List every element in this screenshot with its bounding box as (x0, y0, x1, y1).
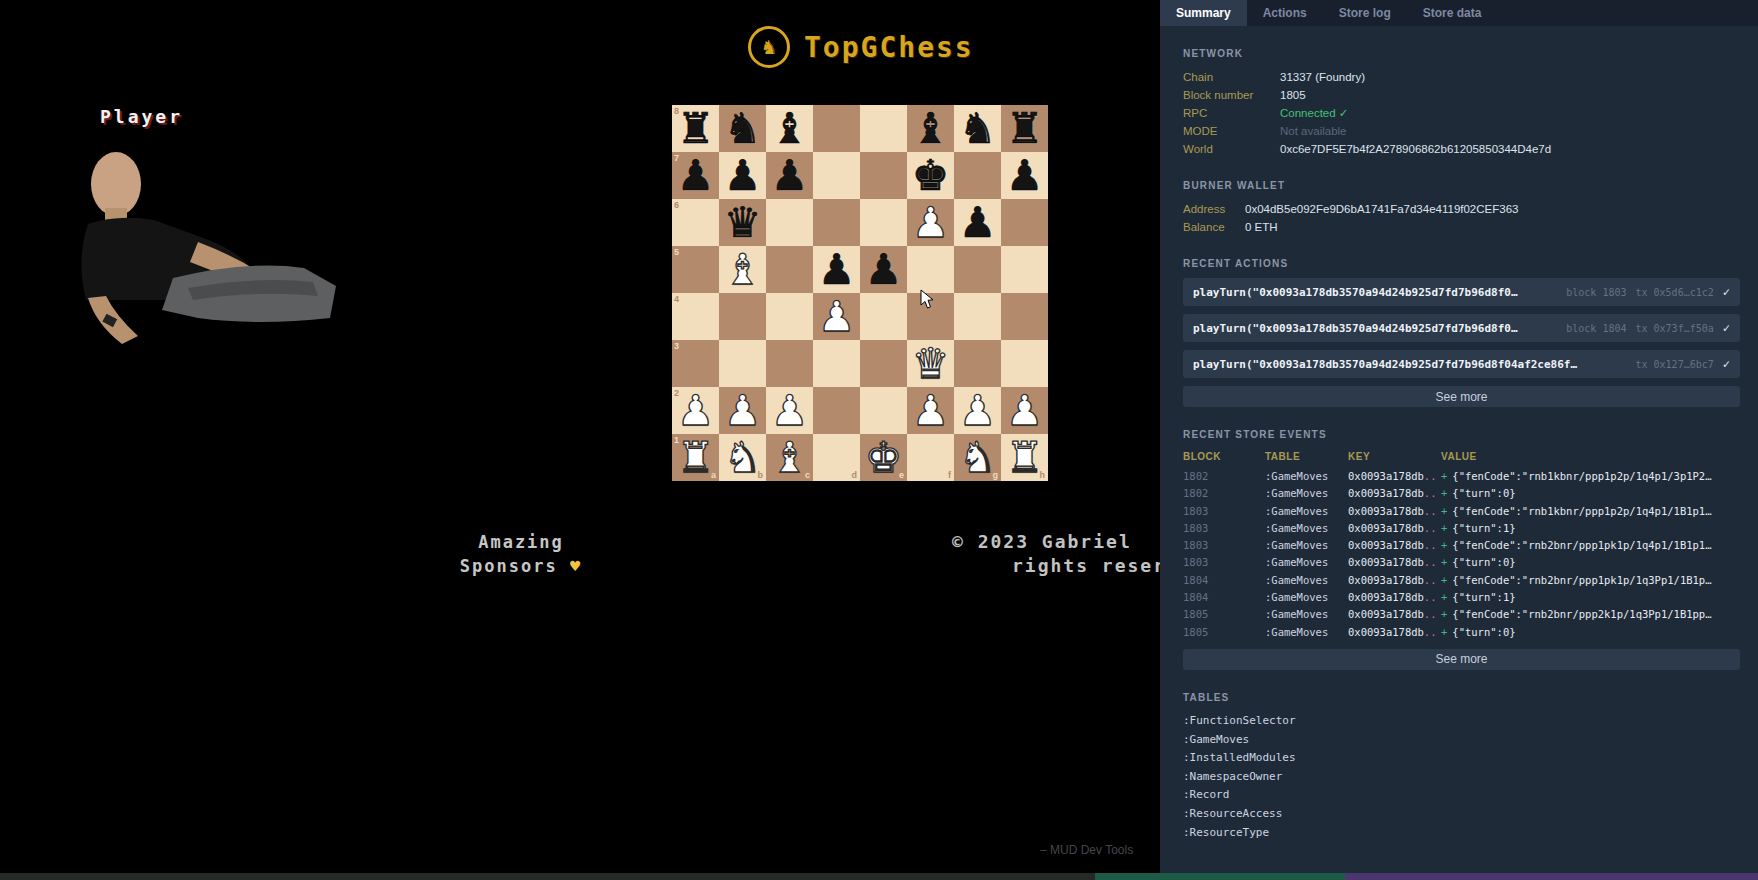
square-b8[interactable]: ♞ (719, 105, 766, 152)
file-label-g: g (993, 470, 999, 480)
square-g5[interactable] (954, 246, 1001, 293)
copyright-text: © 2023 Gabriel rights reser (952, 530, 1192, 578)
piece-black-pawn[interactable]: ♟ (865, 246, 903, 293)
tab-actions[interactable]: Actions (1247, 0, 1323, 26)
action-tx: tx 0x127…6bc7 (1635, 359, 1713, 370)
square-h6[interactable] (1001, 199, 1048, 246)
piece-white-pawn[interactable]: ♟ (724, 387, 762, 434)
square-c8[interactable]: ♝ (766, 105, 813, 152)
piece-white-bishop[interactable]: ♝ (771, 434, 809, 481)
col-block: BLOCK (1183, 451, 1265, 462)
piece-white-king[interactable]: ♚ (865, 434, 903, 481)
piece-white-pawn[interactable]: ♟ (677, 387, 715, 434)
square-g4[interactable] (954, 293, 1001, 340)
square-b4[interactable] (719, 293, 766, 340)
square-c7[interactable]: ♟ (766, 152, 813, 199)
square-f3[interactable]: ♛ (907, 340, 954, 387)
network-row-chain: Chain31337 (Foundry) (1183, 68, 1740, 86)
square-e5[interactable]: ♟ (860, 246, 907, 293)
square-e2[interactable] (860, 387, 907, 434)
square-a6[interactable]: 6 (672, 199, 719, 246)
file-label-a: a (711, 470, 716, 480)
recent-actions-section: RECENT ACTIONS playTurn("0x0093a178db357… (1183, 258, 1740, 407)
player-image (78, 148, 336, 354)
square-a4[interactable]: 4 (672, 293, 719, 340)
square-h5[interactable] (1001, 246, 1048, 293)
recent-actions-heading: RECENT ACTIONS (1183, 258, 1740, 269)
network-section: NETWORK Chain31337 (Foundry) Block numbe… (1183, 48, 1740, 158)
mouse-cursor (920, 289, 934, 314)
square-b5[interactable]: ♝ (719, 246, 766, 293)
square-c2[interactable]: ♟ (766, 387, 813, 434)
check-icon: ✓ (1723, 321, 1730, 335)
network-row-block: Block number1805 (1183, 86, 1740, 104)
table-link-resourceaccess[interactable]: :ResourceAccess (1183, 805, 1740, 824)
mud-devtools-toggle[interactable]: – MUD Dev Tools (1040, 843, 1133, 857)
file-label-h: h (1040, 470, 1046, 480)
network-row-mode: MODENot available (1183, 122, 1740, 140)
burner-wallet-section: BURNER WALLET Address0x04dB5e092Fe9D6bA1… (1183, 180, 1740, 236)
square-e1[interactable]: e♚ (860, 434, 907, 481)
square-c6[interactable] (766, 199, 813, 246)
piece-white-pawn[interactable]: ♟ (912, 199, 950, 246)
square-a3[interactable]: 3 (672, 340, 719, 387)
file-label-e: e (899, 470, 904, 480)
piece-black-knight[interactable]: ♞ (724, 105, 762, 152)
square-a8[interactable]: 8♜ (672, 105, 719, 152)
store-events-section: RECENT STORE EVENTS BLOCK TABLE KEY VALU… (1183, 429, 1740, 670)
piece-black-queen[interactable]: ♛ (724, 199, 762, 246)
square-a5[interactable]: 5 (672, 246, 719, 293)
progress-segment-green (1095, 873, 1345, 880)
square-d1[interactable]: d (813, 434, 860, 481)
square-d2[interactable] (813, 387, 860, 434)
sponsors-text: Amazing Sponsors ♥ (426, 530, 616, 578)
file-label-d: d (852, 470, 858, 480)
square-b6[interactable]: ♛ (719, 199, 766, 246)
tables-heading: TABLES (1183, 692, 1740, 703)
square-d8[interactable] (813, 105, 860, 152)
square-e3[interactable] (860, 340, 907, 387)
piece-black-pawn[interactable]: ♟ (818, 246, 856, 293)
piece-white-pawn[interactable]: ♟ (1006, 387, 1044, 434)
tab-store-data[interactable]: Store data (1407, 0, 1498, 26)
square-f5[interactable] (907, 246, 954, 293)
col-value: VALUE (1441, 451, 1740, 462)
square-c4[interactable] (766, 293, 813, 340)
chess-board: 8♜♞♝♝♞♜7♟♟♟♚♟6♛♟♟5♝♟♟4♟3♛2♟♟♟♟♟♟1a♜b♞c♝d… (672, 105, 1048, 481)
wallet-balance: 0 ETH (1245, 218, 1278, 236)
network-heading: NETWORK (1183, 48, 1740, 59)
piece-black-rook[interactable]: ♜ (677, 105, 715, 152)
table-link-gamemoves[interactable]: :GameMoves (1183, 731, 1740, 750)
table-link-record[interactable]: :Record (1183, 786, 1740, 805)
world-address: 0xc6e7DF5E7b4f2A278906862b61205850344D4e… (1280, 140, 1551, 158)
square-a1[interactable]: 1a♜ (672, 434, 719, 481)
player-label: Player (100, 106, 183, 127)
square-d7[interactable] (813, 152, 860, 199)
actions-see-more-button[interactable]: See more (1183, 386, 1740, 407)
square-h4[interactable] (1001, 293, 1048, 340)
col-table: TABLE (1265, 451, 1348, 462)
file-label-b: b (758, 470, 764, 480)
check-icon: ✓ (1723, 357, 1730, 371)
table-link-installedmodules[interactable]: :InstalledModules (1183, 749, 1740, 768)
video-progress-bar[interactable] (0, 873, 1758, 880)
table-link-namespaceowner[interactable]: :NamespaceOwner (1183, 768, 1740, 787)
action-block: block 1803 (1566, 287, 1626, 298)
action-call: playTurn("0x0093a178db3570a94d24b925d7fd… (1193, 286, 1557, 299)
network-row-world: World0xc6e7DF5E7b4f2A278906862b612058503… (1183, 140, 1740, 158)
piece-white-rook[interactable]: ♜ (1006, 434, 1044, 481)
mud-devtools-panel: Summary Actions Store log Store data NET… (1160, 0, 1758, 880)
square-h1[interactable]: h♜ (1001, 434, 1048, 481)
file-label-c: c (805, 470, 810, 480)
piece-black-king[interactable]: ♚ (912, 152, 950, 199)
square-f7[interactable]: ♚ (907, 152, 954, 199)
app-header: ♞ TopGChess (748, 26, 974, 68)
check-icon: ✓ (1723, 285, 1730, 299)
square-g6[interactable]: ♟ (954, 199, 1001, 246)
sponsors-line2: Sponsors ♥ (426, 554, 616, 578)
events-see-more-button[interactable]: See more (1183, 649, 1740, 670)
square-c5[interactable] (766, 246, 813, 293)
rank-label-7: 7 (674, 153, 679, 163)
piece-white-pawn[interactable]: ♟ (771, 387, 809, 434)
piece-white-rook[interactable]: ♜ (677, 434, 715, 481)
app-window: ♞ TopGChess Player 8♜♞♝♝♞♜7♟♟♟♚♟6♛♟♟5♝♟♟… (0, 0, 1758, 880)
rank-label-1: 1 (674, 435, 679, 445)
sponsors-line1: Amazing (426, 530, 616, 554)
square-h7[interactable]: ♟ (1001, 152, 1048, 199)
action-call: playTurn("0x0093a178db3570a94d24b925d7fd… (1193, 358, 1626, 371)
square-h8[interactable]: ♜ (1001, 105, 1048, 152)
piece-black-knight[interactable]: ♞ (959, 105, 997, 152)
rank-label-6: 6 (674, 200, 679, 210)
piece-black-bishop[interactable]: ♝ (912, 105, 950, 152)
tab-store-log[interactable]: Store log (1323, 0, 1407, 26)
square-f2[interactable]: ♟ (907, 387, 954, 434)
burner-wallet-heading: BURNER WALLET (1183, 180, 1740, 191)
piece-black-bishop[interactable]: ♝ (771, 105, 809, 152)
square-a7[interactable]: 7♟ (672, 152, 719, 199)
action-tx: tx 0x73f…f50a (1635, 323, 1713, 334)
square-h3[interactable] (1001, 340, 1048, 387)
wallet-row-balance: Balance0 ETH (1183, 218, 1740, 236)
square-e4[interactable] (860, 293, 907, 340)
heart-icon: ♥ (570, 556, 582, 576)
piece-white-knight[interactable]: ♞ (959, 434, 997, 481)
action-row[interactable]: playTurn("0x0093a178db3570a94d24b925d7fd… (1183, 314, 1740, 342)
square-e6[interactable] (860, 199, 907, 246)
piece-white-queen[interactable]: ♛ (912, 340, 950, 387)
square-g7[interactable] (954, 152, 1001, 199)
table-link-functionselector[interactable]: :FunctionSelector (1183, 712, 1740, 731)
rank-label-4: 4 (674, 294, 679, 304)
piece-white-knight[interactable]: ♞ (724, 434, 762, 481)
table-link-resourcetype[interactable]: :ResourceType (1183, 824, 1740, 843)
square-d5[interactable]: ♟ (813, 246, 860, 293)
square-g2[interactable]: ♟ (954, 387, 1001, 434)
tables-section: TABLES :FunctionSelector :GameMoves :Ins… (1183, 692, 1740, 842)
square-c3[interactable] (766, 340, 813, 387)
piece-white-pawn[interactable]: ♟ (818, 293, 856, 340)
action-row[interactable]: playTurn("0x0093a178db3570a94d24b925d7fd… (1183, 278, 1740, 306)
rank-label-5: 5 (674, 247, 679, 257)
piece-black-pawn[interactable]: ♟ (771, 152, 809, 199)
piece-white-pawn[interactable]: ♟ (959, 387, 997, 434)
square-e8[interactable] (860, 105, 907, 152)
knight-coin-icon: ♞ (748, 26, 790, 68)
progress-segment-purple (1345, 873, 1758, 880)
piece-black-pawn[interactable]: ♟ (1006, 152, 1044, 199)
store-events-table: BLOCK TABLE KEY VALUE 1802:GameMoves0x00… (1183, 449, 1740, 641)
network-row-rpc: RPCConnected ✓ (1183, 104, 1740, 122)
action-block: block 1804 (1566, 323, 1626, 334)
square-g1[interactable]: g♞ (954, 434, 1001, 481)
progress-segment-gray (0, 873, 1095, 880)
piece-white-pawn[interactable]: ♟ (912, 387, 950, 434)
square-b3[interactable] (719, 340, 766, 387)
knight-glyph: ♞ (760, 36, 777, 59)
wallet-row-address: Address0x04dB5e092Fe9D6bA1741Fa7d34e4119… (1183, 200, 1740, 218)
rpc-status: Connected ✓ (1280, 104, 1348, 122)
square-g8[interactable]: ♞ (954, 105, 1001, 152)
square-d6[interactable] (813, 199, 860, 246)
piece-black-pawn[interactable]: ♟ (959, 199, 997, 246)
square-g3[interactable] (954, 340, 1001, 387)
square-f8[interactable]: ♝ (907, 105, 954, 152)
rank-label-3: 3 (674, 341, 679, 351)
page-title: TopGChess (804, 31, 974, 64)
action-tx: tx 0x5d6…c1c2 (1635, 287, 1713, 298)
file-label-f: f (948, 470, 951, 480)
wallet-address: 0x04dB5e092Fe9D6bA1741Fa7d34e4119f02CEF3… (1245, 200, 1518, 218)
store-events-heading: RECENT STORE EVENTS (1183, 429, 1740, 440)
square-b7[interactable]: ♟ (719, 152, 766, 199)
square-h2[interactable]: ♟ (1001, 387, 1048, 434)
devtools-tabbar: Summary Actions Store log Store data (1160, 0, 1758, 26)
tab-summary[interactable]: Summary (1160, 0, 1247, 26)
rank-label-8: 8 (674, 106, 679, 116)
piece-black-rook[interactable]: ♜ (1006, 105, 1044, 152)
square-c1[interactable]: c♝ (766, 434, 813, 481)
piece-black-pawn[interactable]: ♟ (677, 152, 715, 199)
square-b1[interactable]: b♞ (719, 434, 766, 481)
col-key: KEY (1348, 451, 1441, 462)
square-d3[interactable] (813, 340, 860, 387)
square-e7[interactable] (860, 152, 907, 199)
action-row[interactable]: playTurn("0x0093a178db3570a94d24b925d7fd… (1183, 350, 1740, 378)
rank-label-2: 2 (674, 388, 679, 398)
piece-white-bishop[interactable]: ♝ (724, 246, 762, 293)
action-call: playTurn("0x0093a178db3570a94d24b925d7fd… (1193, 322, 1557, 335)
square-b2[interactable]: ♟ (719, 387, 766, 434)
square-f6[interactable]: ♟ (907, 199, 954, 246)
piece-black-pawn[interactable]: ♟ (724, 152, 762, 199)
square-d4[interactable]: ♟ (813, 293, 860, 340)
square-a2[interactable]: 2♟ (672, 387, 719, 434)
square-f1[interactable]: f (907, 434, 954, 481)
